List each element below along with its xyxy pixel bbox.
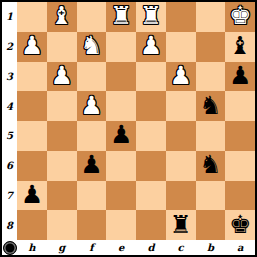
file-label-h: h bbox=[17, 240, 47, 255]
white-pawn[interactable]: ♟ bbox=[21, 33, 43, 58]
square-a2[interactable]: ♝ bbox=[225, 32, 255, 62]
rank-coordinates: 12345678 bbox=[2, 2, 17, 240]
square-d4[interactable] bbox=[136, 91, 166, 121]
square-h5[interactable] bbox=[17, 121, 47, 151]
white-bishop[interactable]: ♝ bbox=[50, 3, 72, 28]
square-h1[interactable] bbox=[17, 2, 47, 32]
rank-label-5: 5 bbox=[2, 121, 17, 151]
file-label-a: a bbox=[225, 240, 255, 255]
square-f5[interactable] bbox=[77, 121, 107, 151]
square-a6[interactable] bbox=[225, 151, 255, 181]
square-e3[interactable] bbox=[106, 62, 136, 92]
square-b7[interactable] bbox=[196, 181, 226, 211]
rank-label-2: 2 bbox=[2, 32, 17, 62]
board: ♝♜♜♚♟♞♟♝♟♟♟♟♞♟♟♞♟♜♚ bbox=[17, 2, 255, 240]
square-c4[interactable] bbox=[166, 91, 196, 121]
white-pawn[interactable]: ♟ bbox=[169, 63, 191, 88]
square-b3[interactable] bbox=[196, 62, 226, 92]
square-d8[interactable] bbox=[136, 210, 166, 240]
square-a7[interactable] bbox=[225, 181, 255, 211]
square-d3[interactable] bbox=[136, 62, 166, 92]
square-e6[interactable] bbox=[106, 151, 136, 181]
white-pawn[interactable]: ♟ bbox=[50, 63, 72, 88]
file-coordinates: hgfedcba bbox=[17, 240, 255, 255]
square-d7[interactable] bbox=[136, 181, 166, 211]
square-g5[interactable] bbox=[47, 121, 77, 151]
square-g7[interactable] bbox=[47, 181, 77, 211]
square-b8[interactable] bbox=[196, 210, 226, 240]
square-b5[interactable] bbox=[196, 121, 226, 151]
file-label-c: c bbox=[166, 240, 196, 255]
square-d1[interactable]: ♜ bbox=[136, 2, 166, 32]
square-f2[interactable]: ♞ bbox=[77, 32, 107, 62]
rank-label-7: 7 bbox=[2, 181, 17, 211]
file-label-b: b bbox=[196, 240, 226, 255]
square-e5[interactable]: ♟ bbox=[106, 121, 136, 151]
square-d6[interactable] bbox=[136, 151, 166, 181]
white-rook[interactable]: ♜ bbox=[110, 3, 132, 28]
black-rook[interactable]: ♜ bbox=[169, 212, 191, 237]
square-c3[interactable]: ♟ bbox=[166, 62, 196, 92]
file-label-f: f bbox=[77, 240, 107, 255]
rank-label-1: 1 bbox=[2, 2, 17, 32]
rank-label-4: 4 bbox=[2, 91, 17, 121]
black-pawn[interactable]: ♟ bbox=[110, 122, 132, 147]
black-pawn[interactable]: ♟ bbox=[21, 182, 43, 207]
square-c7[interactable] bbox=[166, 181, 196, 211]
square-c6[interactable] bbox=[166, 151, 196, 181]
file-label-e: e bbox=[106, 240, 136, 255]
white-rook[interactable]: ♜ bbox=[140, 3, 162, 28]
square-g1[interactable]: ♝ bbox=[47, 2, 77, 32]
square-h4[interactable] bbox=[17, 91, 47, 121]
white-king[interactable]: ♚ bbox=[229, 3, 251, 28]
black-bishop[interactable]: ♝ bbox=[229, 33, 251, 58]
black-to-move-indicator bbox=[3, 241, 17, 255]
rank-label-3: 3 bbox=[2, 62, 17, 92]
square-b2[interactable] bbox=[196, 32, 226, 62]
file-label-g: g bbox=[47, 240, 77, 255]
square-d2[interactable]: ♟ bbox=[136, 32, 166, 62]
square-a1[interactable]: ♚ bbox=[225, 2, 255, 32]
square-g6[interactable] bbox=[47, 151, 77, 181]
square-b4[interactable]: ♞ bbox=[196, 91, 226, 121]
rank-label-6: 6 bbox=[2, 151, 17, 181]
square-e7[interactable] bbox=[106, 181, 136, 211]
square-e1[interactable]: ♜ bbox=[106, 2, 136, 32]
square-a3[interactable]: ♟ bbox=[225, 62, 255, 92]
black-king[interactable]: ♚ bbox=[229, 212, 251, 237]
black-pawn[interactable]: ♟ bbox=[80, 152, 102, 177]
square-h3[interactable] bbox=[17, 62, 47, 92]
square-f6[interactable]: ♟ bbox=[77, 151, 107, 181]
square-h8[interactable] bbox=[17, 210, 47, 240]
square-c2[interactable] bbox=[166, 32, 196, 62]
black-knight[interactable]: ♞ bbox=[199, 152, 221, 177]
square-g3[interactable]: ♟ bbox=[47, 62, 77, 92]
square-g4[interactable] bbox=[47, 91, 77, 121]
square-f1[interactable] bbox=[77, 2, 107, 32]
chessboard-widget: 12345678 ♝♜♜♚♟♞♟♝♟♟♟♟♞♟♟♞♟♜♚ hgfedcba bbox=[0, 0, 257, 257]
square-f3[interactable] bbox=[77, 62, 107, 92]
black-pawn[interactable]: ♟ bbox=[229, 63, 251, 88]
square-h2[interactable]: ♟ bbox=[17, 32, 47, 62]
white-pawn[interactable]: ♟ bbox=[140, 33, 162, 58]
square-c5[interactable] bbox=[166, 121, 196, 151]
square-a8[interactable]: ♚ bbox=[225, 210, 255, 240]
square-d5[interactable] bbox=[136, 121, 166, 151]
rank-label-8: 8 bbox=[2, 210, 17, 240]
white-knight[interactable]: ♞ bbox=[80, 33, 102, 58]
square-h7[interactable]: ♟ bbox=[17, 181, 47, 211]
square-e2[interactable] bbox=[106, 32, 136, 62]
square-b1[interactable] bbox=[196, 2, 226, 32]
file-label-d: d bbox=[136, 240, 166, 255]
square-c1[interactable] bbox=[166, 2, 196, 32]
corner-cell bbox=[2, 240, 17, 255]
square-e4[interactable] bbox=[106, 91, 136, 121]
white-pawn[interactable]: ♟ bbox=[80, 93, 102, 118]
square-g2[interactable] bbox=[47, 32, 77, 62]
square-e8[interactable] bbox=[106, 210, 136, 240]
square-f7[interactable] bbox=[77, 181, 107, 211]
square-a4[interactable] bbox=[225, 91, 255, 121]
square-c8[interactable]: ♜ bbox=[166, 210, 196, 240]
square-g8[interactable] bbox=[47, 210, 77, 240]
square-h6[interactable] bbox=[17, 151, 47, 181]
square-b6[interactable]: ♞ bbox=[196, 151, 226, 181]
square-a5[interactable] bbox=[225, 121, 255, 151]
square-f4[interactable]: ♟ bbox=[77, 91, 107, 121]
square-f8[interactable] bbox=[77, 210, 107, 240]
black-knight[interactable]: ♞ bbox=[199, 93, 221, 118]
